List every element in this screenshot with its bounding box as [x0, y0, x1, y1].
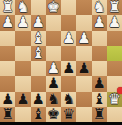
square-g7[interactable]: ♟ [15, 92, 30, 107]
square-b2[interactable]: ♟ [92, 15, 107, 30]
black-pawn[interactable]: ♟ [46, 76, 61, 91]
square-d3[interactable]: ♟ [61, 31, 76, 46]
white-bishop[interactable]: ♝ [31, 46, 46, 61]
square-d8[interactable]: ♛ [61, 107, 76, 122]
square-f7[interactable]: ♟ [31, 92, 46, 107]
black-pawn[interactable]: ♟ [76, 61, 91, 76]
white-pawn[interactable]: ♟ [15, 15, 30, 30]
square-g5[interactable] [15, 61, 30, 76]
black-queen[interactable]: ♛ [61, 107, 76, 122]
square-c7[interactable] [76, 92, 91, 107]
square-a3[interactable] [107, 31, 122, 46]
square-e5[interactable]: ♟ [46, 61, 61, 76]
black-knight[interactable]: ♞ [61, 92, 76, 107]
black-rook[interactable]: ♜ [92, 107, 107, 122]
square-c2[interactable] [76, 15, 91, 30]
square-c4[interactable] [76, 46, 91, 61]
black-king[interactable]: ♚ [46, 107, 61, 122]
square-e2[interactable] [46, 15, 61, 30]
square-d2[interactable] [61, 15, 76, 30]
square-g8[interactable] [15, 107, 30, 122]
square-b3[interactable] [92, 31, 107, 46]
square-a5[interactable] [107, 61, 122, 76]
square-h4[interactable] [0, 46, 15, 61]
black-pawn[interactable]: ♟ [15, 92, 30, 107]
black-pawn[interactable]: ♟ [92, 76, 107, 91]
square-c6[interactable] [76, 76, 91, 91]
square-f2[interactable]: ♟ [31, 15, 46, 30]
white-pawn[interactable]: ♟ [0, 15, 15, 30]
black-pawn[interactable]: ♟ [31, 92, 46, 107]
white-bishop[interactable]: ♝ [31, 31, 46, 46]
square-b8[interactable]: ♜ [92, 107, 107, 122]
black-bishop[interactable]: ♝ [92, 92, 107, 107]
square-e3[interactable] [46, 31, 61, 46]
square-g4[interactable] [15, 46, 30, 61]
chess-board-screenshot: ♜♞♚♞♜♟♟♟♟♟♝♟♟♝♟♟♟♟♟♟♟♟♞♞♝♛♜♝♚♛♜ [0, 0, 122, 125]
white-knight[interactable]: ♞ [15, 0, 30, 15]
white-king[interactable]: ♚ [46, 0, 61, 15]
square-h8[interactable]: ♜ [0, 107, 15, 122]
bottom-border [0, 122, 122, 125]
square-d5[interactable]: ♟ [61, 61, 76, 76]
square-d6[interactable] [61, 76, 76, 91]
square-g1[interactable]: ♞ [15, 0, 30, 15]
square-b6[interactable]: ♟ [92, 76, 107, 91]
black-bishop[interactable]: ♝ [31, 107, 46, 122]
square-f8[interactable]: ♝ [31, 107, 46, 122]
square-f6[interactable] [31, 76, 46, 91]
square-h2[interactable]: ♟ [0, 15, 15, 30]
square-e6[interactable]: ♟ [46, 76, 61, 91]
white-pawn[interactable]: ♟ [61, 31, 76, 46]
square-c8[interactable] [76, 107, 91, 122]
square-d1[interactable] [61, 0, 76, 15]
black-knight[interactable]: ♞ [46, 92, 61, 107]
square-f3[interactable]: ♝ [31, 31, 46, 46]
square-a2[interactable]: ♟ [107, 15, 122, 30]
square-b7[interactable]: ♝ [92, 92, 107, 107]
white-pawn[interactable]: ♟ [92, 15, 107, 30]
square-f1[interactable] [31, 0, 46, 15]
square-e7[interactable]: ♞ [46, 92, 61, 107]
square-b5[interactable] [92, 61, 107, 76]
square-a8[interactable] [107, 107, 122, 122]
square-e8[interactable]: ♚ [46, 107, 61, 122]
black-pawn[interactable]: ♟ [61, 61, 76, 76]
square-h3[interactable] [0, 31, 15, 46]
square-h5[interactable] [0, 61, 15, 76]
square-d4[interactable] [61, 46, 76, 61]
square-h1[interactable]: ♜ [0, 0, 15, 15]
square-b4[interactable] [92, 46, 107, 61]
square-f5[interactable] [31, 61, 46, 76]
square-a4[interactable] [107, 46, 122, 61]
square-e4[interactable] [46, 46, 61, 61]
square-c5[interactable]: ♟ [76, 61, 91, 76]
square-h6[interactable] [0, 76, 15, 91]
square-d7[interactable]: ♞ [61, 92, 76, 107]
square-c3[interactable]: ♟ [76, 31, 91, 46]
white-pawn[interactable]: ♟ [46, 61, 61, 76]
square-b1[interactable]: ♞ [92, 0, 107, 15]
black-pawn[interactable]: ♟ [0, 92, 15, 107]
square-g2[interactable]: ♟ [15, 15, 30, 30]
white-knight[interactable]: ♞ [92, 0, 107, 15]
square-a1[interactable]: ♜ [107, 0, 122, 15]
white-pawn[interactable]: ♟ [76, 31, 91, 46]
square-c1[interactable] [76, 0, 91, 15]
black-rook[interactable]: ♜ [0, 107, 15, 122]
square-g6[interactable] [15, 76, 30, 91]
square-f4[interactable]: ♝ [31, 46, 46, 61]
square-g3[interactable] [15, 31, 30, 46]
chess-board: ♜♞♚♞♜♟♟♟♟♟♝♟♟♝♟♟♟♟♟♟♟♟♞♞♝♛♜♝♚♛♜ [0, 0, 122, 122]
white-rook[interactable]: ♜ [0, 0, 15, 15]
white-rook[interactable]: ♜ [107, 0, 122, 15]
square-e1[interactable]: ♚ [46, 0, 61, 15]
square-h7[interactable]: ♟ [0, 92, 15, 107]
blunder-badge-icon [117, 87, 122, 94]
white-pawn[interactable]: ♟ [107, 15, 122, 30]
white-pawn[interactable]: ♟ [31, 15, 46, 30]
